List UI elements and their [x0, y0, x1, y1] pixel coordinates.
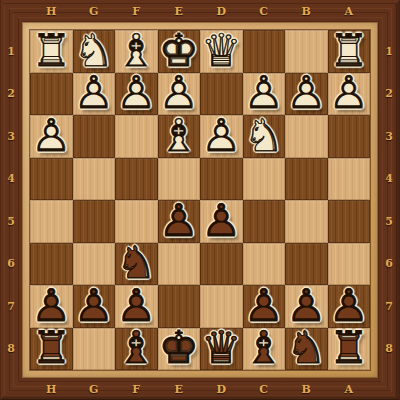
piece-outline-detail: ♗ [115, 29, 158, 72]
file-label-g: G [73, 378, 116, 400]
black-pawn[interactable]: ♟♙ [200, 200, 243, 243]
square-b3[interactable] [285, 115, 328, 158]
file-labels-top: HGFEDCBA [30, 0, 370, 22]
black-pawn[interactable]: ♟♙ [158, 200, 201, 243]
black-queen[interactable]: ♛♕ [200, 328, 243, 371]
square-b2[interactable]: ♟♙ [285, 73, 328, 116]
piece-outline-detail: ♗ [158, 114, 201, 157]
piece-outline-detail: ♘ [73, 29, 116, 72]
rank-label-1: 1 [0, 30, 22, 73]
rank-label-4: 4 [0, 158, 22, 201]
piece-outline-detail: ♘ [285, 327, 328, 370]
rank-label-7: 7 [0, 285, 22, 328]
square-g5[interactable] [73, 200, 116, 243]
square-h4[interactable] [30, 158, 73, 201]
white-pawn[interactable]: ♟♙ [115, 73, 158, 116]
piece-outline-detail: ♙ [328, 72, 371, 115]
square-a5[interactable] [328, 200, 371, 243]
rank-label-5: 5 [378, 200, 400, 243]
rank-label-2: 2 [0, 73, 22, 116]
square-b4[interactable] [285, 158, 328, 201]
black-pawn[interactable]: ♟♙ [73, 285, 116, 328]
piece-outline-detail: ♘ [115, 242, 158, 285]
piece-outline-detail: ♙ [285, 72, 328, 115]
chess-board: ♜♖♞♘♝♗♚♔♛♕♜♖♟♙♟♙♟♙♟♙♟♙♟♙♟♙♝♗♟♙♞♘♟♙♟♙♞♘♟♙… [30, 30, 370, 370]
file-label-e: E [158, 378, 201, 400]
file-labels-bottom: HGFEDCBA [30, 378, 370, 400]
chess-board-app: HGFEDCBA HGFEDCBA 12345678 12345678 ♜♖♞♘… [0, 0, 400, 400]
square-d1[interactable]: ♛♕ [200, 30, 243, 73]
black-knight[interactable]: ♞♘ [285, 328, 328, 371]
square-f2[interactable]: ♟♙ [115, 73, 158, 116]
square-e3[interactable]: ♝♗ [158, 115, 201, 158]
square-b8[interactable]: ♞♘ [285, 328, 328, 371]
rank-label-1: 1 [378, 30, 400, 73]
piece-outline-detail: ♔ [158, 327, 201, 370]
file-label-c: C [243, 378, 286, 400]
square-f3[interactable] [115, 115, 158, 158]
square-h3[interactable]: ♟♙ [30, 115, 73, 158]
piece-outline-detail: ♗ [115, 327, 158, 370]
square-f4[interactable] [115, 158, 158, 201]
file-label-a: A [328, 0, 371, 22]
piece-outline-detail: ♘ [243, 114, 286, 157]
rank-label-2: 2 [378, 73, 400, 116]
piece-outline-detail: ♖ [328, 327, 371, 370]
rank-label-8: 8 [378, 328, 400, 371]
square-c3[interactable]: ♞♘ [243, 115, 286, 158]
piece-outline-detail: ♙ [285, 284, 328, 327]
black-bishop[interactable]: ♝♗ [115, 328, 158, 371]
white-pawn[interactable]: ♟♙ [200, 115, 243, 158]
square-d3[interactable]: ♟♙ [200, 115, 243, 158]
piece-outline-detail: ♙ [200, 114, 243, 157]
square-g7[interactable]: ♟♙ [73, 285, 116, 328]
rank-labels-right: 12345678 [378, 30, 400, 370]
rank-label-6: 6 [0, 243, 22, 286]
file-label-b: B [285, 378, 328, 400]
piece-outline-detail: ♙ [158, 199, 201, 242]
white-rook[interactable]: ♜♖ [30, 30, 73, 73]
file-label-h: H [30, 378, 73, 400]
piece-outline-detail: ♕ [200, 327, 243, 370]
file-label-f: F [115, 0, 158, 22]
white-knight[interactable]: ♞♘ [243, 115, 286, 158]
piece-outline-detail: ♙ [30, 114, 73, 157]
white-bishop[interactable]: ♝♗ [158, 115, 201, 158]
square-e8[interactable]: ♚♔ [158, 328, 201, 371]
piece-outline-detail: ♙ [73, 284, 116, 327]
square-d8[interactable]: ♛♕ [200, 328, 243, 371]
square-h1[interactable]: ♜♖ [30, 30, 73, 73]
square-h5[interactable] [30, 200, 73, 243]
square-b5[interactable] [285, 200, 328, 243]
piece-outline-detail: ♙ [115, 284, 158, 327]
black-rook[interactable]: ♜♖ [328, 328, 371, 371]
square-c5[interactable] [243, 200, 286, 243]
file-label-g: G [73, 0, 116, 22]
square-g3[interactable] [73, 115, 116, 158]
square-a3[interactable] [328, 115, 371, 158]
black-king[interactable]: ♚♔ [158, 328, 201, 371]
rank-label-8: 8 [0, 328, 22, 371]
piece-outline-detail: ♗ [243, 327, 286, 370]
square-f8[interactable]: ♝♗ [115, 328, 158, 371]
square-a8[interactable]: ♜♖ [328, 328, 371, 371]
file-label-a: A [328, 378, 371, 400]
square-h8[interactable]: ♜♖ [30, 328, 73, 371]
piece-outline-detail: ♙ [115, 72, 158, 115]
piece-outline-detail: ♙ [243, 284, 286, 327]
piece-outline-detail: ♖ [328, 29, 371, 72]
file-label-d: D [200, 0, 243, 22]
white-pawn[interactable]: ♟♙ [30, 115, 73, 158]
piece-outline-detail: ♙ [243, 72, 286, 115]
rank-label-6: 6 [378, 243, 400, 286]
rank-labels-left: 12345678 [0, 30, 22, 370]
file-label-f: F [115, 378, 158, 400]
square-g2[interactable]: ♟♙ [73, 73, 116, 116]
square-d5[interactable]: ♟♙ [200, 200, 243, 243]
piece-outline-detail: ♕ [200, 29, 243, 72]
square-a2[interactable]: ♟♙ [328, 73, 371, 116]
piece-outline-detail: ♖ [30, 327, 73, 370]
rank-label-4: 4 [378, 158, 400, 201]
white-pawn[interactable]: ♟♙ [328, 73, 371, 116]
file-label-h: H [30, 0, 73, 22]
piece-outline-detail: ♔ [158, 29, 201, 72]
rank-label-7: 7 [378, 285, 400, 328]
square-g8[interactable] [73, 328, 116, 371]
piece-outline-detail: ♙ [30, 284, 73, 327]
piece-outline-detail: ♙ [73, 72, 116, 115]
white-queen[interactable]: ♛♕ [200, 30, 243, 73]
square-e5[interactable]: ♟♙ [158, 200, 201, 243]
rank-label-3: 3 [378, 115, 400, 158]
rank-label-5: 5 [0, 200, 22, 243]
square-d6[interactable] [200, 243, 243, 286]
square-e6[interactable] [158, 243, 201, 286]
black-rook[interactable]: ♜♖ [30, 328, 73, 371]
piece-outline-detail: ♙ [200, 199, 243, 242]
black-bishop[interactable]: ♝♗ [243, 328, 286, 371]
piece-outline-detail: ♙ [328, 284, 371, 327]
white-pawn[interactable]: ♟♙ [73, 73, 116, 116]
square-c8[interactable]: ♝♗ [243, 328, 286, 371]
white-pawn[interactable]: ♟♙ [285, 73, 328, 116]
square-c4[interactable] [243, 158, 286, 201]
piece-outline-detail: ♙ [158, 72, 201, 115]
file-label-e: E [158, 0, 201, 22]
rank-label-3: 3 [0, 115, 22, 158]
square-a4[interactable] [328, 158, 371, 201]
file-label-d: D [200, 378, 243, 400]
file-label-b: B [285, 0, 328, 22]
piece-outline-detail: ♖ [30, 29, 73, 72]
square-g4[interactable] [73, 158, 116, 201]
file-label-c: C [243, 0, 286, 22]
